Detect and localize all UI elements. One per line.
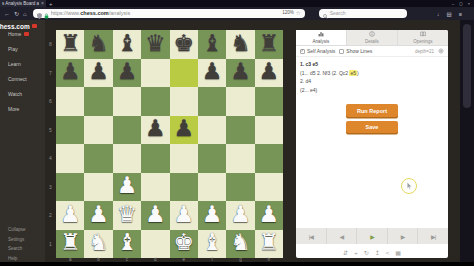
rank-label-1: 1 — [45, 230, 56, 259]
add-move-icon[interactable]: + — [354, 250, 358, 256]
square-a4[interactable] — [56, 144, 84, 173]
self-analysis-checkbox[interactable]: ✓ Self Analysis — [300, 48, 335, 54]
flip-board-icon[interactable]: ⇵ — [343, 250, 348, 256]
square-h3[interactable] — [255, 173, 283, 202]
square-d1[interactable] — [141, 230, 169, 259]
square-f6[interactable] — [198, 87, 226, 116]
square-b6[interactable] — [84, 87, 112, 116]
new-tab-button[interactable]: + — [49, 1, 53, 7]
black-pawn-f7[interactable]: ♟ — [202, 60, 223, 83]
page-zoom-level[interactable]: 120% — [282, 11, 294, 16]
square-c7[interactable]: ♟ — [113, 59, 141, 88]
black-pawn-e5[interactable]: ♟ — [173, 117, 194, 140]
black-pawn-c7[interactable]: ♟ — [117, 60, 138, 83]
share-icon[interactable]: < — [386, 250, 390, 256]
white-knight-g1[interactable]: ♞ — [230, 231, 251, 254]
book-icon — [420, 31, 426, 38]
menu-icon[interactable]: ≡ — [459, 11, 462, 17]
square-e1[interactable]: ♚ — [170, 230, 198, 259]
board-editor-icon[interactable]: ▦ — [395, 250, 401, 256]
go-to-start-button[interactable]: |◀ — [296, 228, 327, 244]
close-icon[interactable]: × — [468, 1, 470, 6]
square-h2[interactable]: ♟ — [255, 201, 283, 230]
black-pawn-h7[interactable]: ♟ — [259, 60, 280, 83]
go-to-end-button[interactable]: ▶| — [418, 228, 448, 244]
sidebar-footer-search[interactable]: Search — [0, 244, 45, 254]
white-queen-c2[interactable]: ♛ — [117, 203, 138, 226]
rank-label-2: 2 — [45, 201, 56, 230]
reload-icon[interactable]: ↻ — [14, 11, 19, 17]
white-pawn-h2[interactable]: ♟ — [259, 203, 280, 226]
square-g3[interactable] — [226, 173, 254, 202]
square-c8[interactable]: ♝ — [113, 30, 141, 59]
scrollbar-thumb[interactable] — [463, 24, 471, 108]
square-f5[interactable] — [198, 116, 226, 145]
white-bishop-f1[interactable]: ♝ — [202, 231, 223, 254]
move-token[interactable]: (2... e4) — [300, 87, 317, 93]
white-pawn-e2[interactable]: ♟ — [173, 203, 194, 226]
sidebar-footer-collapse[interactable]: Collapse — [0, 225, 45, 235]
sidebar-footer-label: Search — [8, 246, 22, 251]
black-king-e8[interactable]: ♚ — [173, 32, 194, 55]
move-row: (1... d5 2. Nf3 (2. Qc2 e5) — [300, 69, 444, 78]
white-rook-a1[interactable]: ♜ — [60, 231, 81, 254]
black-pawn-a7[interactable]: ♟ — [60, 60, 81, 83]
move-token[interactable]: 1. c3 e5 — [300, 61, 318, 67]
checkbox-icon — [339, 49, 344, 54]
browser-tab-bar: s Analysis Board and… × + –◻× — [0, 0, 474, 7]
square-c4[interactable] — [113, 144, 141, 173]
square-b2[interactable]: ♟ — [84, 201, 112, 230]
square-d8[interactable]: ♛ — [141, 30, 169, 59]
sidebar-nav: HomePlayLearnConnectWatchMore — [0, 26, 45, 116]
rank-label-6: 6 — [45, 87, 56, 116]
square-e3[interactable] — [170, 173, 198, 202]
white-king-e1[interactable]: ♚ — [173, 231, 194, 254]
tab-openings[interactable]: Openings — [398, 30, 448, 45]
report-icon — [318, 31, 324, 38]
white-pawn-c3[interactable]: ♟ — [117, 174, 138, 197]
next-move-button[interactable]: ▶ — [388, 228, 419, 244]
sidebar-item-label: Home — [8, 31, 21, 37]
square-c6[interactable] — [113, 87, 141, 116]
library-icon[interactable]: ▤ — [447, 11, 452, 17]
analysis-panel: AnalysisDetailsOpenings ✓ Self Analysis … — [296, 30, 448, 258]
show-lines-label: Show Lines — [346, 48, 372, 54]
sidebar-footer-label: Collapse — [8, 227, 26, 232]
square-a3[interactable] — [56, 173, 84, 202]
square-f7[interactable]: ♟ — [198, 59, 226, 88]
sidebar-item-more[interactable]: More — [0, 101, 45, 116]
square-f8[interactable]: ♝ — [198, 30, 226, 59]
square-g1[interactable]: ♞ — [226, 230, 254, 259]
move-list: 1. c3 e5(1... d5 2. Nf3 (2. Qc2 e5)2. d4… — [296, 57, 448, 97]
search-placeholder: Search — [330, 11, 346, 16]
browser-search-bar[interactable]: Search — [319, 9, 407, 18]
maximize-icon[interactable]: ◻ — [459, 1, 462, 6]
square-c1[interactable]: ♝ — [113, 230, 141, 259]
square-h4[interactable] — [255, 144, 283, 173]
square-d5[interactable]: ♟ — [141, 116, 169, 145]
autoplay-button[interactable]: ▶ — [357, 228, 388, 244]
panel-tabs: AnalysisDetailsOpenings — [296, 30, 448, 46]
move-token[interactable]: (1... d5 2. Nf3 (2. Qc2 — [300, 70, 349, 76]
previous-move-button[interactable]: ◀ — [327, 228, 358, 244]
sidebar-item-label: More — [8, 106, 19, 112]
sidebar-item-watch[interactable]: Watch — [0, 86, 45, 101]
square-h8[interactable]: ♜ — [255, 30, 283, 59]
square-d7[interactable] — [141, 59, 169, 88]
square-a7[interactable]: ♟ — [56, 59, 84, 88]
rank-label-3: 3 — [45, 173, 56, 202]
square-c2[interactable]: ♛ — [113, 201, 141, 230]
move-token[interactable]: ) — [357, 70, 359, 76]
page-scrollbar[interactable] — [460, 20, 474, 262]
square-b5[interactable] — [84, 116, 112, 145]
white-pawn-d2[interactable]: ♟ — [145, 203, 166, 226]
square-a8[interactable]: ♜ — [56, 30, 84, 59]
square-g6[interactable] — [226, 87, 254, 116]
downloads-icon[interactable]: ↓ — [437, 11, 440, 17]
black-pawn-d5[interactable]: ♟ — [145, 117, 166, 140]
square-f2[interactable]: ♟ — [198, 201, 226, 230]
tab-label: Openings — [413, 39, 432, 44]
sidebar-footer-label: Settings — [8, 237, 24, 242]
sidebar-item-connect[interactable]: Connect — [0, 71, 45, 86]
square-f3[interactable] — [198, 173, 226, 202]
window-controls: –◻× — [452, 1, 470, 6]
tab-analysis[interactable]: Analysis — [296, 30, 347, 45]
move-row: 2. d4 — [300, 77, 444, 86]
sidebar-item-label: Learn — [8, 61, 21, 67]
black-rook-a8[interactable]: ♜ — [60, 32, 81, 55]
run-report-button[interactable]: Run Report — [346, 104, 398, 117]
rank-label-8: 8 — [45, 30, 56, 59]
white-rook-h1[interactable]: ♜ — [259, 231, 280, 254]
screen: s Analysis Board and… × + –◻× ← ↻ ⌂ http… — [0, 0, 474, 266]
tab-label: Analysis — [313, 39, 330, 44]
sidebar-item-label: Watch — [8, 91, 22, 97]
rank-label-5: 5 — [45, 116, 56, 145]
square-d6[interactable] — [141, 87, 169, 116]
square-a2[interactable]: ♟ — [56, 201, 84, 230]
square-g5[interactable] — [226, 116, 254, 145]
black-queen-d8[interactable]: ♛ — [145, 32, 166, 55]
save-button[interactable]: Save — [346, 121, 398, 133]
black-knight-g8[interactable]: ♞ — [230, 32, 251, 55]
black-pawn-b7[interactable]: ♟ — [88, 60, 109, 83]
tab-title: s Analysis Board and… — [2, 1, 39, 6]
white-pawn-g2[interactable]: ♟ — [230, 203, 251, 226]
notification-badge — [24, 32, 29, 36]
url-text: https://www.chess.com/analysis — [51, 11, 281, 17]
move-token[interactable]: 2. d4 — [300, 78, 311, 84]
chess-board: ♜♞♝♛♚♝♞♜♟♟♟♟♟♟♟♟♟♟♟♛♟♟♟♟♟♜♞♝♚♝♞♜ — [56, 30, 283, 258]
black-bishop-f8[interactable]: ♝ — [202, 32, 223, 55]
square-d2[interactable]: ♟ — [141, 201, 169, 230]
square-f1[interactable]: ♝ — [198, 230, 226, 259]
toolbar-right-icons: ↓▤≡ — [437, 11, 462, 17]
square-h6[interactable] — [255, 87, 283, 116]
rank-label-7: 7 — [45, 59, 56, 88]
square-b3[interactable] — [84, 173, 112, 202]
sidebar: Chess.com HomePlayLearnConnectWatchMore … — [0, 20, 45, 262]
black-pawn-g7[interactable]: ♟ — [230, 60, 251, 83]
upload-pgn-icon[interactable]: ↥ — [375, 250, 380, 256]
square-g8[interactable]: ♞ — [226, 30, 254, 59]
browser-toolbar: ← ↻ ⌂ https://www.chess.com/analysis 120… — [0, 7, 474, 20]
square-b1[interactable]: ♞ — [84, 230, 112, 259]
square-e4[interactable] — [170, 144, 198, 173]
square-d3[interactable] — [141, 173, 169, 202]
sidebar-footer-label: Help — [8, 256, 17, 261]
sidebar-item-home[interactable]: Home — [0, 26, 45, 41]
square-g2[interactable]: ♟ — [226, 201, 254, 230]
square-e2[interactable]: ♟ — [170, 201, 198, 230]
white-knight-b1[interactable]: ♞ — [88, 231, 109, 254]
square-c3[interactable]: ♟ — [113, 173, 141, 202]
current-move[interactable]: e5 — [349, 70, 357, 76]
black-knight-b8[interactable]: ♞ — [88, 32, 109, 55]
square-a5[interactable] — [56, 116, 84, 145]
black-rook-h8[interactable]: ♜ — [259, 32, 280, 55]
page-content: Chess.com HomePlayLearnConnectWatchMore … — [0, 20, 474, 262]
white-bishop-c1[interactable]: ♝ — [117, 231, 138, 254]
square-b4[interactable] — [84, 144, 112, 173]
square-b8[interactable]: ♞ — [84, 30, 112, 59]
square-g7[interactable]: ♟ — [226, 59, 254, 88]
info-icon — [369, 31, 375, 38]
minimize-icon[interactable]: – — [452, 1, 454, 6]
sidebar-item-learn[interactable]: Learn — [0, 56, 45, 71]
sidebar-footer: CollapseSettingsSearchHelp — [0, 225, 45, 263]
square-h7[interactable]: ♟ — [255, 59, 283, 88]
depth-indicator: depth=21 — [415, 49, 434, 54]
rank-label-4: 4 — [45, 144, 56, 173]
square-d4[interactable] — [141, 144, 169, 173]
square-b7[interactable]: ♟ — [84, 59, 112, 88]
bookmark-star-icon[interactable]: ☆ — [296, 11, 301, 17]
white-pawn-f2[interactable]: ♟ — [202, 203, 223, 226]
board-tools: ⇵+↻↥<▦ — [296, 247, 448, 258]
square-h1[interactable]: ♜ — [255, 230, 283, 259]
square-h5[interactable] — [255, 116, 283, 145]
url-bar[interactable]: https://www.chess.com/analysis 120% ☆ — [33, 9, 305, 18]
panel-controls: ✓ Self Analysis Show Lines depth=21 — [296, 46, 448, 57]
square-e7[interactable] — [170, 59, 198, 88]
self-analysis-label: Self Analysis — [307, 48, 335, 54]
settings-gear-icon[interactable] — [438, 48, 444, 54]
letterbox-bar — [0, 262, 474, 266]
black-bishop-c8[interactable]: ♝ — [117, 32, 138, 55]
sidebar-item-label: Play — [8, 46, 18, 52]
back-icon[interactable]: ← — [4, 11, 10, 17]
square-e8[interactable]: ♚ — [170, 30, 198, 59]
show-lines-checkbox[interactable]: Show Lines — [339, 48, 372, 54]
move-row: 1. c3 e5 — [300, 60, 444, 69]
sidebar-footer-settings[interactable]: Settings — [0, 235, 45, 245]
square-a1[interactable]: ♜ — [56, 230, 84, 259]
square-c5[interactable] — [113, 116, 141, 145]
rank-labels: 87654321 — [45, 30, 56, 258]
white-pawn-a2[interactable]: ♟ — [60, 203, 81, 226]
mouse-cursor — [401, 178, 417, 194]
square-e6[interactable] — [170, 87, 198, 116]
square-a6[interactable] — [56, 87, 84, 116]
move-row: (2... e4) — [300, 86, 444, 95]
reset-board-icon[interactable]: ↻ — [364, 250, 369, 256]
sidebar-item-label: Connect — [8, 76, 27, 82]
square-f4[interactable] — [198, 144, 226, 173]
white-pawn-b2[interactable]: ♟ — [88, 203, 109, 226]
sidebar-item-play[interactable]: Play — [0, 41, 45, 56]
square-g4[interactable] — [226, 144, 254, 173]
square-e5[interactable]: ♟ — [170, 116, 198, 145]
checkbox-icon: ✓ — [300, 49, 305, 54]
tab-details[interactable]: Details — [347, 30, 398, 45]
home-icon[interactable]: ⌂ — [23, 11, 27, 17]
move-navigation: |◀◀▶▶▶| — [296, 228, 448, 244]
tab-label: Details — [365, 39, 379, 44]
